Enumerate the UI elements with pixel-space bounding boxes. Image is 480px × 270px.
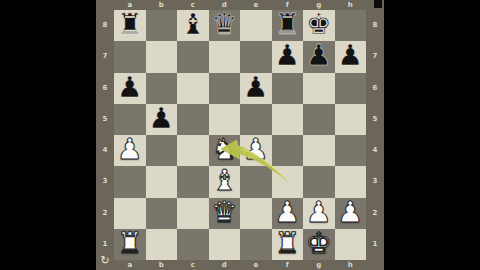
square-a6[interactable]: ♟: [114, 73, 146, 104]
square-e1[interactable]: [240, 229, 272, 260]
piece-white-pawn-f2[interactable]: ♟: [274, 198, 300, 227]
square-c2[interactable]: [177, 198, 209, 229]
rank-label-4: 4: [96, 135, 114, 166]
square-a7[interactable]: [114, 41, 146, 72]
square-b2[interactable]: [146, 198, 178, 229]
square-f8[interactable]: ♜: [272, 10, 304, 41]
rank-label-3: 3: [96, 166, 114, 197]
square-h1[interactable]: [335, 229, 367, 260]
square-h2[interactable]: ♟: [335, 198, 367, 229]
piece-black-pawn-f7[interactable]: ♟: [274, 41, 300, 70]
square-d2[interactable]: ♛: [209, 198, 241, 229]
square-h5[interactable]: [335, 104, 367, 135]
rank-label-3: 3: [366, 166, 384, 197]
piece-black-rook-f8[interactable]: ♜: [274, 10, 300, 39]
square-e7[interactable]: [240, 41, 272, 72]
piece-white-pawn-h2[interactable]: ♟: [337, 198, 363, 227]
square-a1[interactable]: ♜: [114, 229, 146, 260]
square-b3[interactable]: [146, 166, 178, 197]
square-f4[interactable]: [272, 135, 304, 166]
square-c3[interactable]: [177, 166, 209, 197]
square-g7[interactable]: ♟: [303, 41, 335, 72]
square-c1[interactable]: [177, 229, 209, 260]
square-h6[interactable]: [335, 73, 367, 104]
square-g8[interactable]: ♚: [303, 10, 335, 41]
square-d5[interactable]: [209, 104, 241, 135]
square-b6[interactable]: [146, 73, 178, 104]
square-d3[interactable]: ♝: [209, 166, 241, 197]
piece-black-queen-d8[interactable]: ♛: [211, 10, 237, 39]
square-g4[interactable]: [303, 135, 335, 166]
square-a5[interactable]: [114, 104, 146, 135]
piece-black-pawn-a6[interactable]: ♟: [117, 73, 143, 102]
board-squares: ♜♝♛♜♚♟♟♟♟♟♟♟♞♟♝♛♟♟♟♜♜♚: [114, 10, 366, 260]
square-a2[interactable]: [114, 198, 146, 229]
square-d8[interactable]: ♛: [209, 10, 241, 41]
file-label-g: g: [303, 260, 335, 270]
piece-black-rook-a8[interactable]: ♜: [117, 10, 143, 39]
piece-white-knight-d4[interactable]: ♞: [211, 135, 237, 164]
file-label-d: d: [209, 260, 241, 270]
square-d4[interactable]: ♞: [209, 135, 241, 166]
piece-white-pawn-a4[interactable]: ♟: [117, 135, 143, 164]
chess-app-canvas: abcdefgh abcdefgh 87654321 87654321 ♜♝♛♜…: [0, 0, 480, 270]
file-label-e: e: [240, 260, 272, 270]
square-d6[interactable]: [209, 73, 241, 104]
square-h4[interactable]: [335, 135, 367, 166]
file-label-c: c: [177, 260, 209, 270]
square-c8[interactable]: ♝: [177, 10, 209, 41]
chess-board: abcdefgh abcdefgh 87654321 87654321 ♜♝♛♜…: [96, 0, 384, 270]
rank-label-7: 7: [366, 41, 384, 72]
file-label-h: h: [335, 0, 367, 10]
square-b8[interactable]: [146, 10, 178, 41]
rank-label-8: 8: [366, 10, 384, 41]
square-h3[interactable]: [335, 166, 367, 197]
square-d1[interactable]: [209, 229, 241, 260]
square-f6[interactable]: [272, 73, 304, 104]
square-e5[interactable]: [240, 104, 272, 135]
square-g1[interactable]: ♚: [303, 229, 335, 260]
square-b1[interactable]: [146, 229, 178, 260]
piece-white-rook-a1[interactable]: ♜: [117, 229, 143, 258]
square-e8[interactable]: [240, 10, 272, 41]
square-c7[interactable]: [177, 41, 209, 72]
square-e6[interactable]: ♟: [240, 73, 272, 104]
square-g3[interactable]: [303, 166, 335, 197]
square-e2[interactable]: [240, 198, 272, 229]
rank-label-4: 4: [366, 135, 384, 166]
square-g5[interactable]: [303, 104, 335, 135]
flip-board-icon[interactable]: ↻: [96, 253, 114, 267]
square-c5[interactable]: [177, 104, 209, 135]
rank-label-8: 8: [96, 10, 114, 41]
square-b5[interactable]: ♟: [146, 104, 178, 135]
piece-black-pawn-e6[interactable]: ♟: [243, 73, 269, 102]
file-label-f: f: [272, 260, 304, 270]
piece-white-bishop-d3[interactable]: ♝: [211, 166, 237, 195]
square-e4[interactable]: ♟: [240, 135, 272, 166]
piece-black-pawn-b5[interactable]: ♟: [148, 104, 174, 133]
square-c6[interactable]: [177, 73, 209, 104]
piece-white-pawn-e4[interactable]: ♟: [243, 135, 269, 164]
piece-black-pawn-g7[interactable]: ♟: [306, 41, 332, 70]
file-label-b: b: [146, 260, 178, 270]
piece-white-pawn-g2[interactable]: ♟: [306, 198, 332, 227]
square-e3[interactable]: [240, 166, 272, 197]
square-f3[interactable]: [272, 166, 304, 197]
piece-black-pawn-h7[interactable]: ♟: [337, 41, 363, 70]
rank-label-6: 6: [96, 73, 114, 104]
square-h8[interactable]: [335, 10, 367, 41]
square-f5[interactable]: [272, 104, 304, 135]
rank-labels-left: 87654321: [96, 10, 114, 260]
rank-label-7: 7: [96, 41, 114, 72]
square-g6[interactable]: [303, 73, 335, 104]
rank-label-6: 6: [366, 73, 384, 104]
square-c4[interactable]: [177, 135, 209, 166]
square-a3[interactable]: [114, 166, 146, 197]
piece-white-queen-d2[interactable]: ♛: [211, 198, 237, 227]
rank-label-5: 5: [96, 104, 114, 135]
rank-labels-right: 87654321: [366, 10, 384, 260]
file-label-b: b: [146, 0, 178, 10]
square-f2[interactable]: ♟: [272, 198, 304, 229]
piece-white-rook-f1[interactable]: ♜: [274, 229, 300, 258]
square-f1[interactable]: ♜: [272, 229, 304, 260]
square-a4[interactable]: ♟: [114, 135, 146, 166]
file-labels-bottom: abcdefgh: [114, 260, 366, 270]
rank-label-1: 1: [366, 229, 384, 260]
square-g2[interactable]: ♟: [303, 198, 335, 229]
piece-black-king-g8[interactable]: ♚: [306, 10, 332, 39]
rank-label-5: 5: [366, 104, 384, 135]
square-b4[interactable]: [146, 135, 178, 166]
square-d7[interactable]: [209, 41, 241, 72]
rank-label-2: 2: [96, 198, 114, 229]
file-label-a: a: [114, 260, 146, 270]
square-h7[interactable]: ♟: [335, 41, 367, 72]
piece-white-king-g1[interactable]: ♚: [306, 229, 332, 258]
file-label-h: h: [335, 260, 367, 270]
rank-label-2: 2: [366, 198, 384, 229]
piece-black-bishop-c8[interactable]: ♝: [180, 10, 206, 39]
square-a8[interactable]: ♜: [114, 10, 146, 41]
square-f7[interactable]: ♟: [272, 41, 304, 72]
file-label-e: e: [240, 0, 272, 10]
corner-marker: [374, 0, 382, 8]
square-b7[interactable]: [146, 41, 178, 72]
